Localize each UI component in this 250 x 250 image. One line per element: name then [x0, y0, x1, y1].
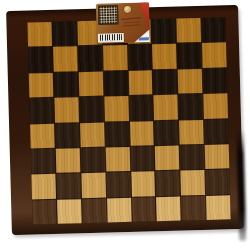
square-h1 [206, 195, 231, 220]
square-f8 [152, 19, 177, 44]
square-a4 [30, 123, 55, 148]
square-f7 [152, 44, 177, 69]
square-c7 [78, 46, 103, 71]
square-a5 [29, 98, 54, 123]
square-g7 [177, 43, 202, 68]
square-c2 [81, 173, 106, 198]
square-b3 [56, 148, 81, 173]
square-e6 [128, 70, 153, 95]
square-g2 [181, 170, 206, 195]
square-c5 [79, 97, 104, 122]
square-h3 [205, 144, 230, 169]
square-b8 [52, 21, 77, 46]
square-e1 [132, 197, 157, 222]
label-script-marks [121, 15, 145, 30]
barcode-sticker [98, 33, 124, 43]
square-f4 [154, 120, 179, 145]
gold-emblem-icon [124, 6, 131, 13]
square-d7 [103, 45, 128, 70]
square-b2 [56, 173, 81, 198]
square-g5 [179, 94, 204, 119]
square-c1 [82, 198, 107, 223]
square-a3 [31, 149, 56, 174]
square-f5 [154, 95, 179, 120]
square-a7 [28, 47, 53, 72]
square-d5 [104, 96, 129, 121]
square-b7 [53, 47, 78, 72]
square-d3 [105, 147, 130, 172]
square-d6 [103, 71, 128, 96]
square-c4 [80, 122, 105, 147]
square-e2 [131, 171, 156, 196]
square-a1 [32, 199, 57, 224]
square-d2 [106, 172, 131, 197]
board-edge-shadow [236, 129, 246, 241]
square-h4 [204, 119, 229, 144]
square-b5 [54, 97, 79, 122]
square-a6 [29, 73, 54, 98]
square-h6 [203, 68, 228, 93]
square-e7 [128, 45, 153, 70]
mini-board-photo-icon [98, 5, 118, 25]
square-e4 [130, 121, 155, 146]
square-g3 [180, 145, 205, 170]
square-h5 [203, 93, 228, 118]
square-e5 [129, 95, 154, 120]
square-f6 [153, 69, 178, 94]
square-d4 [105, 121, 130, 146]
square-b1 [57, 199, 82, 224]
blue-corner-sticker [134, 29, 150, 42]
square-g8 [177, 18, 202, 43]
board-grid [27, 17, 230, 224]
square-c6 [78, 71, 103, 96]
square-h7 [202, 43, 227, 68]
square-a8 [27, 22, 52, 47]
square-e3 [130, 146, 155, 171]
square-f2 [156, 171, 181, 196]
square-f3 [155, 145, 180, 170]
square-g4 [179, 119, 204, 144]
square-g1 [181, 196, 206, 221]
square-h2 [205, 170, 230, 195]
square-b4 [55, 123, 80, 148]
square-b6 [54, 72, 79, 97]
square-h8 [201, 17, 226, 42]
product-label-sticker [96, 2, 150, 43]
square-d1 [107, 198, 132, 223]
square-a2 [31, 174, 56, 199]
checkerboard [6, 5, 244, 235]
square-c3 [80, 147, 105, 172]
square-g6 [178, 69, 203, 94]
square-f1 [156, 196, 181, 221]
